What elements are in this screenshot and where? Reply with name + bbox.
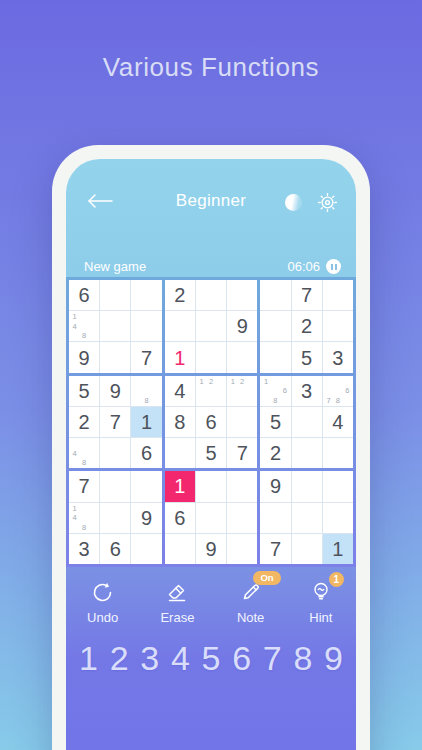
cell-r6c4[interactable]	[165, 438, 195, 468]
cell-r8c5[interactable]	[196, 503, 226, 533]
cell-r1c6[interactable]	[227, 280, 257, 310]
cell-r5c5[interactable]: 6	[196, 407, 226, 437]
numpad-2[interactable]: 2	[110, 641, 129, 675]
cell-r9c9[interactable]: 1	[323, 534, 353, 564]
board-box: 291	[165, 280, 258, 373]
cell-r5c3[interactable]: 1	[131, 407, 161, 437]
board-box: 971	[260, 471, 353, 564]
numpad-9[interactable]: 9	[324, 641, 343, 675]
cell-r4c1[interactable]: 5	[69, 376, 99, 406]
cell-r9c7[interactable]: 7	[260, 534, 290, 564]
hint-button[interactable]: 1 Hint	[307, 579, 335, 625]
sudoku-board: 6148972917253598271486412128657168367854…	[66, 277, 356, 567]
cell-r2c2[interactable]	[100, 311, 130, 341]
cell-r2c8[interactable]: 2	[292, 311, 322, 341]
numpad-1[interactable]: 1	[79, 641, 98, 675]
cell-r9c5[interactable]: 9	[196, 534, 226, 564]
cell-r5c2[interactable]: 7	[100, 407, 130, 437]
cell-r9c3[interactable]	[131, 534, 161, 564]
cell-r2c5[interactable]	[196, 311, 226, 341]
cell-r6c1[interactable]: 48	[69, 438, 99, 468]
cell-r9c4[interactable]	[165, 534, 195, 564]
cell-r6c5[interactable]: 5	[196, 438, 226, 468]
numpad-8[interactable]: 8	[293, 641, 312, 675]
cell-r2c9[interactable]	[323, 311, 353, 341]
cell-r4c5[interactable]: 12	[196, 376, 226, 406]
cell-r4c7[interactable]: 168	[260, 376, 290, 406]
dark-mode-toggle-icon[interactable]	[285, 194, 302, 211]
cell-r6c8[interactable]	[292, 438, 322, 468]
cell-r6c6[interactable]: 7	[227, 438, 257, 468]
app-header: Beginner	[66, 159, 356, 229]
note-label: Note	[237, 610, 264, 625]
numpad-3[interactable]: 3	[140, 641, 159, 675]
cell-r6c2[interactable]	[100, 438, 130, 468]
cell-r6c3[interactable]: 6	[131, 438, 161, 468]
cell-r6c7[interactable]: 2	[260, 438, 290, 468]
cell-r7c7[interactable]: 9	[260, 471, 290, 501]
numpad-5[interactable]: 5	[202, 641, 221, 675]
settings-button[interactable]	[317, 192, 338, 213]
erase-button[interactable]: Erase	[160, 579, 194, 625]
app-screen: Beginner New game 06:06	[66, 159, 356, 750]
cell-r3c6[interactable]	[227, 342, 257, 372]
undo-icon	[90, 579, 116, 605]
screenshot-title: Various Functions	[0, 52, 422, 83]
board-box: 169	[165, 471, 258, 564]
erase-label: Erase	[160, 610, 194, 625]
cell-r4c3[interactable]: 8	[131, 376, 161, 406]
cell-r1c8[interactable]: 7	[292, 280, 322, 310]
cell-r1c1[interactable]: 6	[69, 280, 99, 310]
cell-r3c4[interactable]: 1	[165, 342, 195, 372]
cell-r1c3[interactable]	[131, 280, 161, 310]
cell-r9c8[interactable]	[292, 534, 322, 564]
new-game-label[interactable]: New game	[84, 259, 146, 274]
cell-r7c9[interactable]	[323, 471, 353, 501]
cell-r5c1[interactable]: 2	[69, 407, 99, 437]
cell-r3c9[interactable]: 3	[323, 342, 353, 372]
hint-label: Hint	[309, 610, 332, 625]
cell-r4c6[interactable]: 12	[227, 376, 257, 406]
cell-r4c9[interactable]: 678	[323, 376, 353, 406]
numpad-4[interactable]: 4	[171, 641, 190, 675]
undo-button[interactable]: Undo	[87, 579, 118, 625]
pause-icon	[335, 264, 337, 270]
undo-label: Undo	[87, 610, 118, 625]
note-on-badge: On	[253, 571, 280, 585]
phone-frame: Beginner New game 06:06	[52, 145, 370, 750]
cell-r3c1[interactable]: 9	[69, 342, 99, 372]
cell-r7c3[interactable]	[131, 471, 161, 501]
cell-r7c8[interactable]	[292, 471, 322, 501]
note-button[interactable]: On Note	[237, 579, 265, 625]
cell-r3c5[interactable]	[196, 342, 226, 372]
cell-r7c2[interactable]	[100, 471, 130, 501]
cell-r2c4[interactable]	[165, 311, 195, 341]
cell-r9c2[interactable]: 6	[100, 534, 130, 564]
board-box: 7148936	[69, 471, 162, 564]
cell-r4c2[interactable]: 9	[100, 376, 130, 406]
cell-r7c1[interactable]: 7	[69, 471, 99, 501]
cell-r2c1[interactable]: 148	[69, 311, 99, 341]
cell-r8c1[interactable]: 148	[69, 503, 99, 533]
cell-r3c8[interactable]: 5	[292, 342, 322, 372]
cell-r8c3[interactable]: 9	[131, 503, 161, 533]
cell-r8c7[interactable]	[260, 503, 290, 533]
cell-r3c3[interactable]: 7	[131, 342, 161, 372]
cell-r9c6[interactable]	[227, 534, 257, 564]
timer-value: 06:06	[287, 259, 320, 274]
cell-r5c8[interactable]	[292, 407, 322, 437]
number-pad: 123456789	[79, 641, 343, 675]
cell-r5c6[interactable]	[227, 407, 257, 437]
cell-r8c2[interactable]	[100, 503, 130, 533]
board-box: 412128657	[165, 376, 258, 469]
cell-r7c5[interactable]	[196, 471, 226, 501]
eraser-icon	[164, 579, 190, 605]
gear-icon	[317, 192, 338, 213]
board-box: 7253	[260, 280, 353, 373]
cell-r8c6[interactable]	[227, 503, 257, 533]
cell-r5c4[interactable]: 8	[165, 407, 195, 437]
cell-r1c2[interactable]	[100, 280, 130, 310]
cell-r6c9[interactable]	[323, 438, 353, 468]
cell-r7c6[interactable]	[227, 471, 257, 501]
cell-r3c2[interactable]	[100, 342, 130, 372]
cell-r7c4[interactable]: 1	[165, 471, 195, 501]
cell-r8c8[interactable]	[292, 503, 322, 533]
cell-r1c5[interactable]	[196, 280, 226, 310]
cell-r1c4[interactable]: 2	[165, 280, 195, 310]
cell-r4c8[interactable]: 3	[292, 376, 322, 406]
toolbar: Undo Erase	[66, 579, 356, 625]
board-box: 614897	[69, 280, 162, 373]
cell-r5c7[interactable]: 5	[260, 407, 290, 437]
cell-r2c7[interactable]	[260, 311, 290, 341]
hint-count-badge: 1	[329, 572, 344, 587]
cell-r1c9[interactable]	[323, 280, 353, 310]
board-box: 598271486	[69, 376, 162, 469]
pause-button[interactable]	[326, 259, 341, 274]
cell-r8c9[interactable]	[323, 503, 353, 533]
cell-r8c4[interactable]: 6	[165, 503, 195, 533]
numpad-7[interactable]: 7	[263, 641, 282, 675]
pause-icon	[331, 264, 333, 270]
cell-r3c7[interactable]	[260, 342, 290, 372]
cell-r2c6[interactable]: 9	[227, 311, 257, 341]
cell-r2c3[interactable]	[131, 311, 161, 341]
board-box: 1683678542	[260, 376, 353, 469]
numpad-6[interactable]: 6	[232, 641, 251, 675]
cell-r1c7[interactable]	[260, 280, 290, 310]
cell-r9c1[interactable]: 3	[69, 534, 99, 564]
cell-r5c9[interactable]: 4	[323, 407, 353, 437]
cell-r4c4[interactable]: 4	[165, 376, 195, 406]
